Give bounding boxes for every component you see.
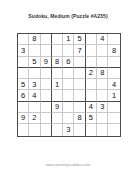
sudoku-cell[interactable] (74, 79, 85, 90)
sudoku-cell[interactable] (52, 124, 63, 135)
sudoku-cell[interactable] (86, 90, 97, 101)
sudoku-cell[interactable] (63, 90, 74, 101)
sudoku-cell[interactable] (86, 79, 97, 90)
sudoku-cell[interactable] (29, 45, 40, 56)
sudoku-cell[interactable] (63, 45, 74, 56)
sudoku-cell[interactable] (52, 45, 63, 56)
sudoku-cell: 6 (18, 90, 29, 101)
sudoku-cell: 8 (97, 68, 108, 79)
sudoku-cell[interactable] (108, 34, 119, 45)
sudoku-cell: 4 (86, 102, 97, 113)
sudoku-cell[interactable] (41, 90, 52, 101)
sudoku-cell: 3 (63, 124, 74, 135)
sudoku-cell[interactable] (74, 124, 85, 135)
sudoku-cell[interactable] (97, 124, 108, 135)
sudoku-cell[interactable] (86, 124, 97, 135)
sudoku-cell: 4 (29, 90, 40, 101)
sudoku-cell[interactable] (18, 124, 29, 135)
sudoku-cell[interactable] (108, 57, 119, 68)
sudoku-cell[interactable] (52, 90, 63, 101)
sudoku-cell[interactable] (41, 34, 52, 45)
sudoku-cell: 8 (52, 57, 63, 68)
sudoku-cell[interactable] (52, 68, 63, 79)
sudoku-cell[interactable] (52, 113, 63, 124)
footer-url: www.printmysudoku.com (0, 162, 136, 167)
sudoku-cell[interactable] (108, 68, 119, 79)
sudoku-cell[interactable] (74, 68, 85, 79)
sudoku-cell[interactable] (86, 45, 97, 56)
sudoku-cell: 8 (29, 34, 40, 45)
sudoku-cell: 5 (18, 79, 29, 90)
sudoku-cell[interactable] (63, 113, 74, 124)
sudoku-cell: 6 (63, 57, 74, 68)
sudoku-cell: 2 (29, 113, 40, 124)
sudoku-cell: 8 (108, 45, 119, 56)
sudoku-cell[interactable] (97, 113, 108, 124)
sudoku-cell[interactable] (86, 34, 97, 45)
sudoku-cell[interactable] (63, 68, 74, 79)
sudoku-cell[interactable] (97, 79, 108, 90)
sudoku-cell: 1 (52, 79, 63, 90)
sudoku-cell: 5 (74, 34, 85, 45)
sudoku-cell[interactable] (29, 68, 40, 79)
sudoku-cell[interactable] (74, 57, 85, 68)
sudoku-cell[interactable] (108, 102, 119, 113)
sudoku-cell: 9 (52, 102, 63, 113)
sudoku-cell[interactable] (29, 102, 40, 113)
sudoku-cell[interactable] (18, 57, 29, 68)
sudoku-cell[interactable] (86, 57, 97, 68)
sudoku-cell[interactable] (18, 34, 29, 45)
sudoku-cell: 3 (97, 102, 108, 113)
sudoku-cell[interactable] (18, 102, 29, 113)
sudoku-cell: 3 (18, 45, 29, 56)
sudoku-cell: 8 (74, 113, 85, 124)
page-title: Sudoku, Medium (Puzzle #A235) (0, 13, 136, 19)
sudoku-cell: 2 (86, 68, 97, 79)
sudoku-cell[interactable] (52, 34, 63, 45)
sudoku-cell: 5 (86, 113, 97, 124)
sudoku-cell[interactable] (63, 102, 74, 113)
sudoku-cell: 5 (29, 57, 40, 68)
sudoku-cell[interactable] (41, 124, 52, 135)
sudoku-cell[interactable] (97, 45, 108, 56)
sudoku-cell[interactable] (108, 113, 119, 124)
sudoku-sheet: Sudoku, Medium (Puzzle #A235) 8154378598… (0, 0, 136, 176)
sudoku-cell: 3 (29, 79, 40, 90)
sudoku-cell: 9 (41, 57, 52, 68)
sudoku-cell: 7 (74, 45, 85, 56)
sudoku-cell: 4 (108, 79, 119, 90)
sudoku-cell[interactable] (41, 45, 52, 56)
sudoku-cell: 9 (18, 113, 29, 124)
sudoku-cell: 4 (97, 34, 108, 45)
sudoku-cell[interactable] (63, 79, 74, 90)
sudoku-cell: 1 (63, 34, 74, 45)
sudoku-cell[interactable] (41, 113, 52, 124)
sudoku-board: 8154378598628531464194392853 (17, 33, 121, 137)
sudoku-cell: 1 (108, 90, 119, 101)
sudoku-cell[interactable] (18, 68, 29, 79)
sudoku-cell[interactable] (41, 102, 52, 113)
sudoku-cell[interactable] (41, 68, 52, 79)
sudoku-cell[interactable] (108, 124, 119, 135)
sudoku-cell[interactable] (74, 102, 85, 113)
sudoku-cell[interactable] (29, 124, 40, 135)
sudoku-cell[interactable] (97, 90, 108, 101)
sudoku-cell[interactable] (97, 57, 108, 68)
sudoku-cell[interactable] (74, 90, 85, 101)
sudoku-cell[interactable] (41, 79, 52, 90)
